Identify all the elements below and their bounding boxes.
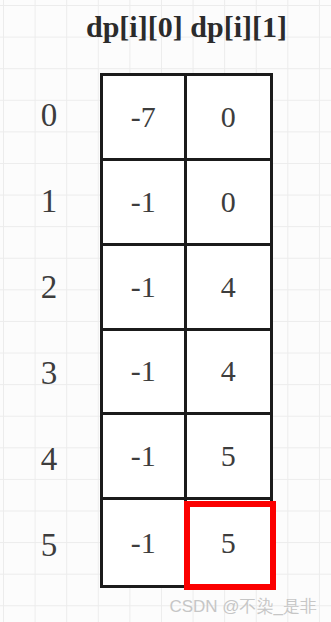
- cell-r0-c1: 0: [187, 76, 271, 161]
- cell-r4-c0: -1: [103, 415, 187, 500]
- cell-r3-c0: -1: [103, 331, 187, 416]
- cell-r1-c1: 0: [187, 161, 271, 246]
- row-label-0: 0: [33, 73, 65, 159]
- table-header: dp[i][0] dp[i][1]: [86, 8, 287, 46]
- row-label-5: 5: [33, 502, 65, 588]
- cell-r1-c0: -1: [103, 161, 187, 246]
- row-label-1: 1: [33, 159, 65, 245]
- cell-r2-c0: -1: [103, 246, 187, 331]
- dp-table: -7 0 -1 0 -1 4 -1 4 -1 5 -1 5: [100, 73, 273, 588]
- row-label-3: 3: [33, 331, 65, 417]
- row-label-column: 0 1 2 3 4 5: [33, 73, 65, 588]
- cell-r5-c1: 5: [187, 500, 271, 585]
- cell-r3-c1: 4: [187, 331, 271, 416]
- watermark: CSDN @不染_是非: [169, 595, 317, 618]
- cell-r0-c0: -7: [103, 76, 187, 161]
- cell-r4-c1: 5: [187, 415, 271, 500]
- cell-r2-c1: 4: [187, 246, 271, 331]
- row-label-4: 4: [33, 416, 65, 502]
- header-col-dp1: dp[i][1]: [190, 10, 287, 44]
- cell-r5-c0: -1: [103, 500, 187, 585]
- header-col-dp0: dp[i][0]: [86, 10, 183, 44]
- row-label-2: 2: [33, 245, 65, 331]
